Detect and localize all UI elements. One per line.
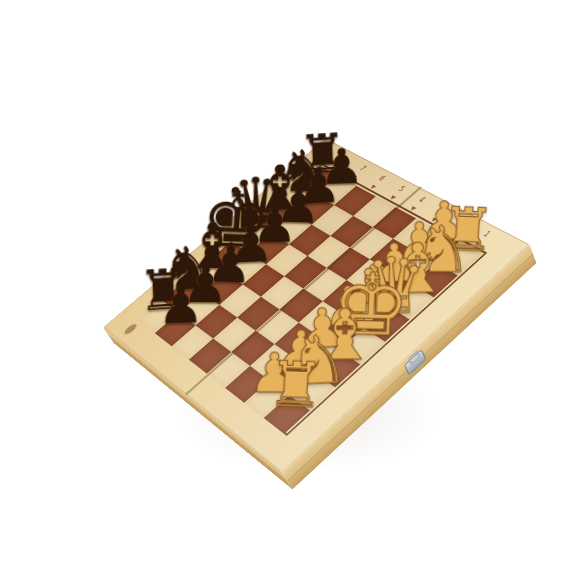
photo-scene: 87654321 ♜♟♞♟♝♟♛♟♟♚♜♟♟♝♞♟♟♞♝♟♟♜♛♟♟♚♟♝♟♞♟…: [0, 0, 580, 580]
rank-label-5: 5: [393, 184, 408, 194]
